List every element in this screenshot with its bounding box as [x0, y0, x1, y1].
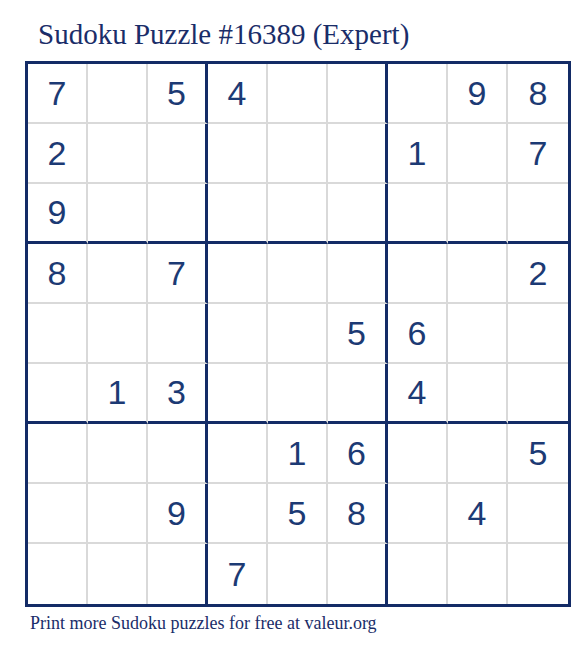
sudoku-cell-r5c7: 6 [388, 304, 448, 364]
sudoku-cell-r1c6 [328, 64, 388, 124]
sudoku-cell-r2c2 [88, 124, 148, 184]
sudoku-cell-r6c7: 4 [388, 364, 448, 424]
sudoku-cell-r5c5 [268, 304, 328, 364]
sudoku-cell-r4c4 [208, 244, 268, 304]
sudoku-cell-r1c3: 5 [148, 64, 208, 124]
sudoku-cell-r4c8 [448, 244, 508, 304]
sudoku-cell-r7c8 [448, 424, 508, 484]
sudoku-cell-r1c7 [388, 64, 448, 124]
sudoku-cell-r7c3 [148, 424, 208, 484]
sudoku-cell-r1c2 [88, 64, 148, 124]
sudoku-cell-r6c1 [28, 364, 88, 424]
sudoku-cell-r2c9: 7 [508, 124, 568, 184]
sudoku-cell-r6c6 [328, 364, 388, 424]
sudoku-cell-r3c9 [508, 184, 568, 244]
sudoku-cell-r5c1 [28, 304, 88, 364]
sudoku-cell-r1c4: 4 [208, 64, 268, 124]
sudoku-cell-r8c3: 9 [148, 484, 208, 544]
sudoku-cell-r1c1: 7 [28, 64, 88, 124]
sudoku-cell-r9c7 [388, 544, 448, 604]
page-title: Sudoku Puzzle #16389 (Expert) [38, 18, 409, 51]
sudoku-cell-r4c9: 2 [508, 244, 568, 304]
sudoku-cell-r9c1 [28, 544, 88, 604]
sudoku-cell-r6c4 [208, 364, 268, 424]
sudoku-cell-r1c5 [268, 64, 328, 124]
sudoku-cell-r3c5 [268, 184, 328, 244]
sudoku-cell-r8c9 [508, 484, 568, 544]
sudoku-cell-r7c5: 1 [268, 424, 328, 484]
sudoku-cell-r4c1: 8 [28, 244, 88, 304]
sudoku-cell-r2c1: 2 [28, 124, 88, 184]
sudoku-cell-r8c5: 5 [268, 484, 328, 544]
sudoku-cell-r5c3 [148, 304, 208, 364]
sudoku-cell-r5c4 [208, 304, 268, 364]
sudoku-cell-r8c2 [88, 484, 148, 544]
sudoku-cell-r4c2 [88, 244, 148, 304]
sudoku-cell-r7c6: 6 [328, 424, 388, 484]
sudoku-cell-r2c5 [268, 124, 328, 184]
sudoku-cell-r1c9: 8 [508, 64, 568, 124]
sudoku-cell-r6c9 [508, 364, 568, 424]
sudoku-cell-r8c7 [388, 484, 448, 544]
sudoku-cell-r8c1 [28, 484, 88, 544]
sudoku-cell-r2c8 [448, 124, 508, 184]
sudoku-cell-r3c3 [148, 184, 208, 244]
sudoku-cell-r3c8 [448, 184, 508, 244]
sudoku-cell-r9c4: 7 [208, 544, 268, 604]
sudoku-cell-r4c3: 7 [148, 244, 208, 304]
sudoku-cell-r9c3 [148, 544, 208, 604]
sudoku-cell-r2c6 [328, 124, 388, 184]
sudoku-cell-r7c1 [28, 424, 88, 484]
sudoku-cell-r9c6 [328, 544, 388, 604]
sudoku-cell-r2c4 [208, 124, 268, 184]
sudoku-cell-r5c9 [508, 304, 568, 364]
sudoku-cell-r3c2 [88, 184, 148, 244]
sudoku-cell-r2c7: 1 [388, 124, 448, 184]
sudoku-cell-r9c2 [88, 544, 148, 604]
sudoku-cell-r7c2 [88, 424, 148, 484]
sudoku-cell-r9c8 [448, 544, 508, 604]
sudoku-cell-r5c2 [88, 304, 148, 364]
sudoku-cell-r3c4 [208, 184, 268, 244]
sudoku-cell-r7c4 [208, 424, 268, 484]
sudoku-cell-r6c2: 1 [88, 364, 148, 424]
sudoku-cell-r8c4 [208, 484, 268, 544]
sudoku-cell-r4c6 [328, 244, 388, 304]
sudoku-cell-r7c7 [388, 424, 448, 484]
sudoku-cell-r9c5 [268, 544, 328, 604]
sudoku-cell-r4c7 [388, 244, 448, 304]
sudoku-cell-r1c8: 9 [448, 64, 508, 124]
sudoku-cell-r6c8 [448, 364, 508, 424]
sudoku-cell-r5c8 [448, 304, 508, 364]
sudoku-cell-r9c9 [508, 544, 568, 604]
sudoku-cell-r2c3 [148, 124, 208, 184]
sudoku-cell-r4c5 [268, 244, 328, 304]
sudoku-cell-r3c6 [328, 184, 388, 244]
footer-text: Print more Sudoku puzzles for free at va… [30, 612, 377, 635]
sudoku-cell-r8c6: 8 [328, 484, 388, 544]
sudoku-cell-r6c5 [268, 364, 328, 424]
sudoku-cell-r3c7 [388, 184, 448, 244]
sudoku-cell-r8c8: 4 [448, 484, 508, 544]
sudoku-cell-r5c6: 5 [328, 304, 388, 364]
sudoku-cell-r6c3: 3 [148, 364, 208, 424]
sudoku-cell-r3c1: 9 [28, 184, 88, 244]
sudoku-board: 7549821798725613416595847 [25, 61, 571, 607]
sudoku-cell-r7c9: 5 [508, 424, 568, 484]
